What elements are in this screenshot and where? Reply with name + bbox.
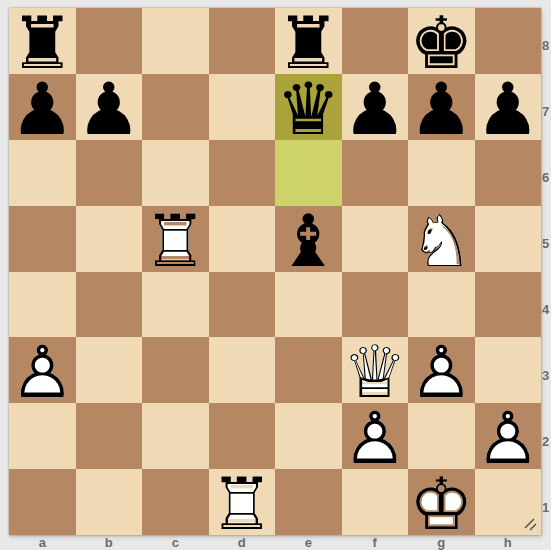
piece-black-queen[interactable]: ♛ <box>275 74 342 140</box>
file-label-g: g <box>408 535 475 550</box>
white-pawn-glyph: ♟ <box>475 405 542 471</box>
piece-white-rook[interactable]: ♜♖ <box>142 206 209 272</box>
rank-label-5: 5 <box>540 206 551 272</box>
square-d5[interactable] <box>209 206 276 272</box>
piece-black-rook[interactable]: ♜ <box>275 8 342 74</box>
square-b8[interactable] <box>76 8 143 74</box>
square-a4[interactable] <box>9 272 76 338</box>
black-queen-glyph: ♛ <box>275 76 342 142</box>
square-g8[interactable]: ♚ <box>408 8 475 74</box>
rank-label-8: 8 <box>540 8 551 74</box>
rank-label-4: 4 <box>540 272 551 338</box>
square-f8[interactable] <box>342 8 409 74</box>
piece-white-pawn[interactable]: ♟♙ <box>475 403 542 469</box>
square-f2[interactable]: ♟♙ <box>342 403 409 469</box>
square-f4[interactable] <box>342 272 409 338</box>
white-pawn-glyph: ♟ <box>342 405 409 471</box>
page-background: ♜♜♚♟♟♛♟♟♟♜♖♝♞♘♟♙♛♕♟♙♟♙♟♙♜♖♚♔ abcdefgh 87… <box>0 0 551 550</box>
square-h1[interactable] <box>475 469 542 535</box>
square-a3[interactable]: ♟♙ <box>9 337 76 403</box>
square-c1[interactable] <box>142 469 209 535</box>
black-pawn-glyph: ♟ <box>76 76 143 142</box>
square-b2[interactable] <box>76 403 143 469</box>
square-f1[interactable] <box>342 469 409 535</box>
black-pawn-glyph: ♟ <box>342 76 409 142</box>
square-b1[interactable] <box>76 469 143 535</box>
file-label-h: h <box>475 535 542 550</box>
white-pawn-glyph: ♟ <box>9 339 76 405</box>
file-label-a: a <box>9 535 76 550</box>
white-pawn-glyph: ♟ <box>408 339 475 405</box>
square-a2[interactable] <box>9 403 76 469</box>
square-d1[interactable]: ♜♖ <box>209 469 276 535</box>
square-h3[interactable] <box>475 337 542 403</box>
square-c7[interactable] <box>142 74 209 140</box>
square-h7[interactable]: ♟ <box>475 74 542 140</box>
square-b4[interactable] <box>76 272 143 338</box>
board-resize-handle-icon[interactable] <box>521 515 539 533</box>
square-f3[interactable]: ♛♕ <box>342 337 409 403</box>
piece-black-pawn[interactable]: ♟ <box>76 74 143 140</box>
square-g1[interactable]: ♚♔ <box>408 469 475 535</box>
white-pawn-outline: ♙ <box>9 339 76 405</box>
square-e7[interactable]: ♛ <box>275 74 342 140</box>
rank-label-2: 2 <box>540 403 551 469</box>
square-e3[interactable] <box>275 337 342 403</box>
rank-labels: 87654321 <box>540 8 551 535</box>
square-h8[interactable] <box>475 8 542 74</box>
square-e1[interactable] <box>275 469 342 535</box>
white-pawn-outline: ♙ <box>475 405 542 471</box>
square-c6[interactable] <box>142 140 209 206</box>
square-c8[interactable] <box>142 8 209 74</box>
square-b5[interactable] <box>76 206 143 272</box>
square-d2[interactable] <box>209 403 276 469</box>
file-label-c: c <box>142 535 209 550</box>
square-g6[interactable] <box>408 140 475 206</box>
piece-white-pawn[interactable]: ♟♙ <box>9 337 76 403</box>
square-c2[interactable] <box>142 403 209 469</box>
black-rook-glyph: ♜ <box>9 10 76 76</box>
square-a8[interactable]: ♜ <box>9 8 76 74</box>
square-d6[interactable] <box>209 140 276 206</box>
white-rook-outline: ♖ <box>142 208 209 274</box>
square-d7[interactable] <box>209 74 276 140</box>
square-e6[interactable] <box>275 140 342 206</box>
black-pawn-glyph: ♟ <box>408 76 475 142</box>
square-c3[interactable] <box>142 337 209 403</box>
piece-white-knight[interactable]: ♞♘ <box>408 206 475 272</box>
white-pawn-outline: ♙ <box>342 405 409 471</box>
piece-black-pawn[interactable]: ♟ <box>408 74 475 140</box>
square-e2[interactable] <box>275 403 342 469</box>
white-rook-glyph: ♜ <box>142 208 209 274</box>
square-f7[interactable]: ♟ <box>342 74 409 140</box>
black-pawn-glyph: ♟ <box>9 76 76 142</box>
square-e5[interactable]: ♝ <box>275 206 342 272</box>
white-knight-outline: ♘ <box>408 208 475 274</box>
white-knight-glyph: ♞ <box>408 208 475 274</box>
white-rook-outline: ♖ <box>209 471 276 537</box>
square-a6[interactable] <box>9 140 76 206</box>
piece-black-pawn[interactable]: ♟ <box>342 74 409 140</box>
black-rook-glyph: ♜ <box>275 10 342 76</box>
square-e4[interactable] <box>275 272 342 338</box>
piece-white-king[interactable]: ♚♔ <box>408 469 475 535</box>
piece-black-bishop[interactable]: ♝ <box>275 206 342 272</box>
square-g5[interactable]: ♞♘ <box>408 206 475 272</box>
square-c4[interactable] <box>142 272 209 338</box>
white-pawn-outline: ♙ <box>408 339 475 405</box>
square-a7[interactable]: ♟ <box>9 74 76 140</box>
square-e8[interactable]: ♜ <box>275 8 342 74</box>
square-a5[interactable] <box>9 206 76 272</box>
piece-black-king[interactable]: ♚ <box>408 8 475 74</box>
chess-board: ♜♜♚♟♟♛♟♟♟♜♖♝♞♘♟♙♛♕♟♙♟♙♟♙♜♖♚♔ <box>9 8 541 535</box>
square-b6[interactable] <box>76 140 143 206</box>
square-h6[interactable] <box>475 140 542 206</box>
rank-label-3: 3 <box>540 337 551 403</box>
piece-black-pawn[interactable]: ♟ <box>9 74 76 140</box>
black-pawn-glyph: ♟ <box>475 76 542 142</box>
white-king-glyph: ♚ <box>408 471 475 537</box>
white-rook-glyph: ♜ <box>209 471 276 537</box>
square-d3[interactable] <box>209 337 276 403</box>
square-h5[interactable] <box>475 206 542 272</box>
piece-black-pawn[interactable]: ♟ <box>475 74 542 140</box>
file-label-f: f <box>342 535 409 550</box>
piece-white-pawn[interactable]: ♟♙ <box>342 403 409 469</box>
rank-label-1: 1 <box>540 469 551 535</box>
square-b3[interactable] <box>76 337 143 403</box>
file-label-d: d <box>209 535 276 550</box>
square-h2[interactable]: ♟♙ <box>475 403 542 469</box>
square-h4[interactable] <box>475 272 542 338</box>
white-king-outline: ♔ <box>408 471 475 537</box>
square-b7[interactable]: ♟ <box>76 74 143 140</box>
piece-white-pawn[interactable]: ♟♙ <box>408 337 475 403</box>
file-label-b: b <box>76 535 143 550</box>
square-a1[interactable] <box>9 469 76 535</box>
square-g3[interactable]: ♟♙ <box>408 337 475 403</box>
black-king-glyph: ♚ <box>408 10 475 76</box>
file-labels: abcdefgh <box>9 535 541 550</box>
rank-label-7: 7 <box>540 74 551 140</box>
square-g7[interactable]: ♟ <box>408 74 475 140</box>
white-queen-outline: ♕ <box>342 339 409 405</box>
square-d8[interactable] <box>209 8 276 74</box>
square-f5[interactable] <box>342 206 409 272</box>
white-queen-glyph: ♛ <box>342 339 409 405</box>
piece-black-rook[interactable]: ♜ <box>9 8 76 74</box>
square-d4[interactable] <box>209 272 276 338</box>
square-c5[interactable]: ♜♖ <box>142 206 209 272</box>
black-bishop-glyph: ♝ <box>275 208 342 274</box>
square-g4[interactable] <box>408 272 475 338</box>
square-f6[interactable] <box>342 140 409 206</box>
rank-label-6: 6 <box>540 140 551 206</box>
square-g2[interactable] <box>408 403 475 469</box>
piece-white-rook[interactable]: ♜♖ <box>209 469 276 535</box>
file-label-e: e <box>275 535 342 550</box>
piece-white-queen[interactable]: ♛♕ <box>342 337 409 403</box>
